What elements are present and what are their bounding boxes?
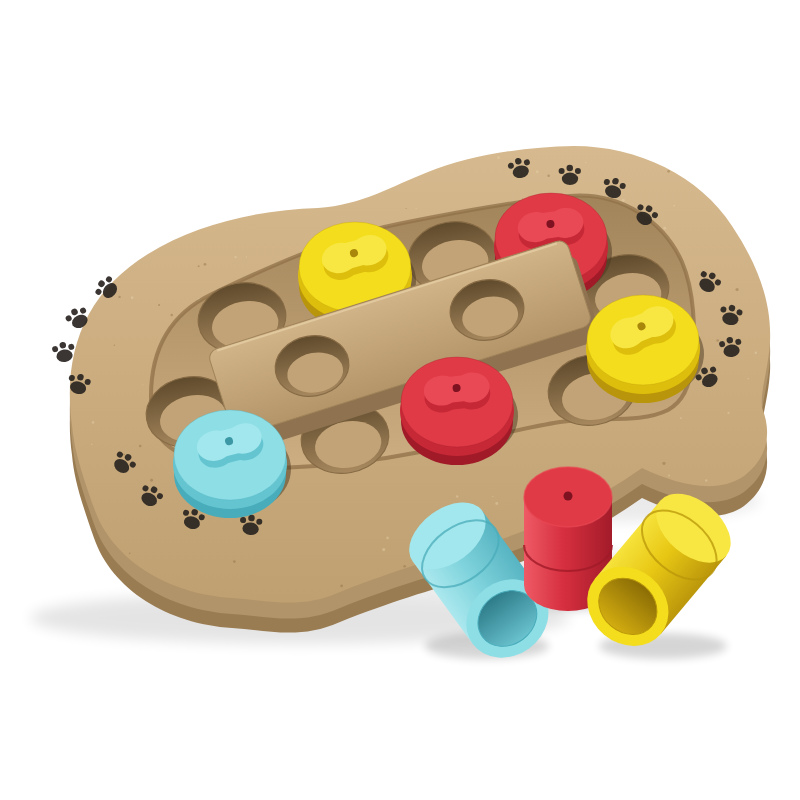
- wood-speck: [547, 175, 550, 178]
- wood-speck: [747, 378, 749, 380]
- wood-speck: [585, 162, 587, 164]
- wood-speck: [456, 495, 458, 497]
- wood-speck: [118, 296, 120, 298]
- wood-speck: [403, 565, 406, 568]
- wood-speck: [246, 256, 247, 257]
- wood-speck: [198, 163, 200, 165]
- wood-speck: [233, 560, 236, 563]
- wood-speck: [735, 288, 738, 291]
- wood-speck: [732, 533, 734, 535]
- wood-speck: [668, 474, 670, 476]
- product-photo: [0, 0, 800, 800]
- cover-piece-yellow[interactable]: [586, 295, 704, 403]
- wood-speck: [59, 591, 61, 593]
- wood-speck: [727, 184, 728, 185]
- wood-speck: [170, 314, 173, 317]
- wood-speck: [495, 502, 498, 505]
- wood-speck: [114, 345, 115, 346]
- wood-speck: [116, 201, 117, 202]
- wood-speck: [142, 384, 143, 385]
- wood-speck: [727, 412, 729, 414]
- wood-speck: [82, 232, 85, 235]
- wood-speck: [144, 246, 146, 248]
- wood-speck: [129, 553, 131, 555]
- wood-speck: [695, 175, 697, 177]
- wood-speck: [415, 208, 416, 209]
- wood-speck: [112, 150, 114, 152]
- wood-speck: [716, 339, 719, 342]
- wood-speck: [198, 265, 200, 267]
- wood-speck: [662, 462, 665, 465]
- wood-speck: [123, 453, 125, 455]
- wood-speck: [622, 199, 625, 202]
- wood-speck: [705, 479, 707, 481]
- wood-speck: [408, 165, 409, 166]
- wood-speck: [673, 205, 675, 207]
- wood-speck: [406, 208, 407, 209]
- paw-print-icon: [51, 340, 76, 363]
- wood-speck: [728, 177, 729, 178]
- wood-speck: [131, 296, 134, 299]
- wood-speck: [158, 304, 160, 306]
- wood-speck: [756, 254, 758, 256]
- wood-speck: [382, 548, 385, 551]
- wood-speck: [91, 444, 92, 445]
- wood-speck: [536, 171, 539, 174]
- wood-speck: [386, 537, 389, 540]
- wood-speck: [150, 479, 153, 482]
- wood-speck: [139, 445, 142, 448]
- wood-speck: [79, 553, 80, 554]
- wood-speck: [92, 421, 95, 424]
- wood-speck: [60, 212, 62, 214]
- wood-speck: [204, 263, 207, 266]
- wood-speck: [89, 261, 90, 262]
- wood-speck: [754, 247, 756, 249]
- wood-speck: [69, 545, 72, 548]
- wood-speck: [310, 187, 312, 189]
- cover-piece-cyan[interactable]: [173, 410, 291, 518]
- wood-speck: [755, 352, 757, 354]
- wood-speck: [167, 174, 169, 176]
- wood-speck: [492, 496, 493, 497]
- wood-speck: [497, 156, 500, 159]
- wood-speck: [667, 170, 670, 173]
- puzzle-scene: [0, 0, 800, 800]
- wood-speck: [349, 193, 351, 195]
- wood-speck: [730, 161, 733, 164]
- wood-speck: [663, 227, 666, 230]
- wood-speck: [179, 187, 181, 189]
- wood-speck: [340, 585, 343, 588]
- wood-speck: [680, 417, 682, 419]
- wood-speck: [98, 171, 99, 172]
- treat-hole: [564, 492, 573, 501]
- wood-speck: [234, 256, 236, 258]
- cover-piece-red[interactable]: [400, 357, 518, 465]
- wood-speck: [147, 175, 148, 176]
